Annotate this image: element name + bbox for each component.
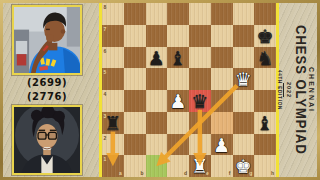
square-c3	[146, 112, 168, 134]
square-e3	[189, 112, 211, 134]
green-highlight-c1	[146, 155, 168, 177]
square-f1: f	[211, 155, 233, 177]
rating-bottom: (2776)	[3, 90, 91, 104]
square-e2	[189, 134, 211, 156]
square-b5	[124, 68, 146, 90]
event-year: 2022	[285, 3, 292, 177]
square-f7	[211, 25, 233, 47]
square-a8: 8	[102, 3, 124, 25]
square-g5	[233, 68, 255, 90]
red-highlight-e4	[189, 90, 211, 112]
square-g2	[233, 134, 255, 156]
square-c7	[146, 25, 168, 47]
event-divider	[283, 83, 284, 97]
orange-tint-highlight-f3	[211, 112, 233, 134]
thumbnail-frame: (2699) (2776)	[0, 0, 320, 180]
square-h1: h	[254, 155, 276, 177]
file-label-f: f	[229, 170, 231, 176]
square-g4	[233, 90, 255, 112]
square-e6	[189, 47, 211, 69]
square-d1: d	[167, 155, 189, 177]
file-label-a: a	[119, 170, 122, 176]
square-d6	[167, 47, 189, 69]
square-c4	[146, 90, 168, 112]
rank-label-4: 4	[104, 91, 107, 97]
square-h4	[254, 90, 276, 112]
square-b8	[124, 3, 146, 25]
square-h3	[254, 112, 276, 134]
player-photo-bottom-illustration	[14, 107, 80, 173]
square-g7	[233, 25, 255, 47]
square-a6: 6	[102, 47, 124, 69]
square-d5	[167, 68, 189, 90]
square-f5	[211, 68, 233, 90]
event-title-block: CHENNAI CHESS OLYMPIAD 2022 44TH EDITION	[279, 3, 317, 177]
square-b3	[124, 112, 146, 134]
event-name: CHESS OLYMPIAD	[292, 3, 307, 177]
square-c2	[146, 134, 168, 156]
square-f6	[211, 47, 233, 69]
square-b7	[124, 25, 146, 47]
rating-top: (2699)	[3, 76, 91, 90]
square-a2: 2	[102, 134, 124, 156]
square-e7	[189, 25, 211, 47]
rank-label-2: 2	[104, 135, 107, 141]
ratings-block: (2699) (2776)	[3, 76, 91, 104]
file-label-b: b	[140, 170, 143, 176]
file-label-d: d	[184, 170, 187, 176]
square-c6	[146, 47, 168, 69]
square-f8	[211, 3, 233, 25]
left-panel: (2699) (2776)	[3, 3, 99, 177]
player-photo-top	[12, 5, 82, 75]
square-g8	[233, 3, 255, 25]
square-h7	[254, 25, 276, 47]
square-a7: 7	[102, 25, 124, 47]
square-a5: 5	[102, 68, 124, 90]
square-f4	[211, 90, 233, 112]
square-b4	[124, 90, 146, 112]
chess-board: 87654321abcdefgh♚♟♝♞♛♟♛♜♝♟♜♚	[102, 3, 276, 177]
square-d4	[167, 90, 189, 112]
square-h2	[254, 134, 276, 156]
file-label-g: g	[249, 170, 252, 176]
square-e1: e	[189, 155, 211, 177]
square-h6	[254, 47, 276, 69]
square-e5	[189, 68, 211, 90]
square-h5	[254, 68, 276, 90]
square-f2	[211, 134, 233, 156]
rank-label-3: 3	[104, 113, 107, 119]
square-g3	[233, 112, 255, 134]
event-edition: 44TH EDITION	[276, 3, 282, 177]
square-a4: 4	[102, 90, 124, 112]
player-photo-bottom	[12, 105, 82, 175]
square-d3	[167, 112, 189, 134]
right-panel: CHENNAI CHESS OLYMPIAD 2022 44TH EDITION	[279, 3, 317, 177]
square-b1: b	[124, 155, 146, 177]
file-label-h: h	[271, 170, 274, 176]
rank-label-6: 6	[104, 48, 107, 54]
square-c8	[146, 3, 168, 25]
square-e8	[189, 3, 211, 25]
square-d2	[167, 134, 189, 156]
rank-label-7: 7	[104, 26, 107, 32]
file-label-e: e	[206, 170, 209, 176]
square-c5	[146, 68, 168, 90]
square-g1: g	[233, 155, 255, 177]
thumbnail-inner: (2699) (2776)	[3, 3, 317, 177]
square-b2	[124, 134, 146, 156]
square-d8	[167, 3, 189, 25]
rank-label-1: 1	[104, 156, 107, 162]
rank-label-5: 5	[104, 69, 107, 75]
square-b6	[124, 47, 146, 69]
player-photo-top-illustration	[14, 7, 80, 73]
square-a3: 3	[102, 112, 124, 134]
square-a1: 1a	[102, 155, 124, 177]
square-h8	[254, 3, 276, 25]
square-d7	[167, 25, 189, 47]
square-g6	[233, 47, 255, 69]
rank-label-8: 8	[104, 4, 107, 10]
